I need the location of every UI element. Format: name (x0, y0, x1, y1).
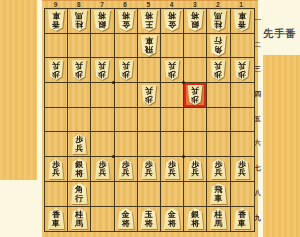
piece-sente-N[interactable]: 桂馬 (209, 208, 227, 229)
square-7-1[interactable]: 銀将 (91, 9, 114, 34)
piece-face: 歩兵 (118, 159, 134, 179)
square-6-9[interactable]: 金将 (115, 207, 138, 232)
square-3-2[interactable] (184, 34, 207, 59)
square-9-4[interactable] (45, 83, 68, 108)
piece-sente-P[interactable]: 歩兵 (234, 159, 250, 179)
piece-sente-P[interactable]: 歩兵 (141, 159, 157, 179)
file-label: 1 (230, 1, 253, 8)
square-1-7[interactable]: 歩兵 (231, 157, 254, 182)
piece-gote-R[interactable]: 飛車 (140, 35, 158, 56)
square-2-6[interactable] (207, 132, 230, 157)
square-2-1[interactable]: 桂馬 (207, 9, 230, 34)
piece-sente-J[interactable]: 玉将 (140, 208, 158, 229)
square-2-7[interactable]: 歩兵 (207, 157, 230, 182)
file-label: 2 (206, 1, 229, 8)
piece-face: 桂馬 (70, 10, 88, 31)
square-7-6[interactable] (91, 132, 114, 157)
rank-label: 三 (254, 57, 261, 82)
piece-face: 金将 (117, 10, 135, 31)
square-7-5[interactable] (91, 108, 114, 133)
piece-face: 歩兵 (187, 159, 203, 179)
piece-gote-P[interactable]: 歩兵 (164, 60, 180, 80)
piece-face: 歩兵 (187, 85, 203, 105)
square-4-2[interactable] (161, 34, 184, 59)
piece-face: 金将 (163, 208, 181, 229)
piece-face: 銀将 (186, 208, 204, 229)
star-point (182, 81, 185, 84)
square-9-2[interactable] (45, 34, 68, 59)
sente-komadai[interactable] (263, 55, 300, 237)
square-7-2[interactable] (91, 34, 114, 59)
square-2-3[interactable]: 歩兵 (207, 58, 230, 83)
square-5-5[interactable] (138, 108, 161, 133)
piece-face: 銀将 (93, 10, 111, 31)
square-4-4[interactable] (161, 83, 184, 108)
square-7-8[interactable] (91, 182, 114, 207)
piece-sente-L[interactable]: 香車 (47, 208, 65, 229)
piece-sente-P[interactable]: 歩兵 (187, 159, 203, 179)
rank-label: 七 (254, 156, 261, 181)
piece-gote-G[interactable]: 金将 (117, 10, 135, 31)
piece-face: 桂馬 (70, 208, 88, 229)
piece-face: 香車 (233, 10, 251, 31)
square-7-4[interactable] (91, 83, 114, 108)
file-labels: 987654321 (44, 1, 253, 8)
square-6-8[interactable] (115, 182, 138, 207)
square-6-6[interactable] (115, 132, 138, 157)
piece-sente-P[interactable]: 歩兵 (94, 159, 110, 179)
square-8-4[interactable] (68, 83, 91, 108)
piece-sente-P[interactable]: 歩兵 (118, 159, 134, 179)
piece-face: 桂馬 (209, 208, 227, 229)
square-6-4[interactable] (115, 83, 138, 108)
piece-gote-S[interactable]: 銀将 (93, 10, 111, 31)
piece-sente-S[interactable]: 銀将 (70, 158, 88, 179)
square-3-6[interactable] (184, 132, 207, 157)
piece-face: 飛車 (140, 35, 158, 56)
square-5-6[interactable] (138, 132, 161, 157)
square-8-7[interactable]: 銀将 (68, 157, 91, 182)
piece-gote-B[interactable]: 角行 (209, 35, 227, 56)
square-1-3[interactable]: 歩兵 (231, 58, 254, 83)
piece-face: 角行 (209, 35, 227, 56)
piece-sente-G[interactable]: 金将 (163, 208, 181, 229)
square-3-3[interactable] (184, 58, 207, 83)
piece-face: 銀将 (70, 158, 88, 179)
piece-sente-S[interactable]: 銀将 (186, 208, 204, 229)
square-5-3[interactable] (138, 58, 161, 83)
piece-face: 香車 (47, 10, 65, 31)
square-5-7[interactable]: 歩兵 (138, 157, 161, 182)
file-label: 3 (183, 1, 206, 8)
square-5-9[interactable]: 玉将 (138, 207, 161, 232)
shogi-board: 987654321 一二三四五六七八九 香車桂馬銀将金将王将金将銀将桂馬香車飛車… (42, 0, 258, 237)
file-label: 8 (67, 1, 90, 8)
square-8-9[interactable]: 桂馬 (68, 207, 91, 232)
piece-face: 角行 (70, 183, 88, 204)
square-2-8[interactable]: 飛車 (207, 182, 230, 207)
square-1-2[interactable] (231, 34, 254, 59)
star-point (112, 155, 115, 158)
piece-face: 歩兵 (71, 134, 87, 154)
file-label: 5 (137, 1, 160, 8)
square-2-9[interactable]: 桂馬 (207, 207, 230, 232)
square-9-8[interactable] (45, 182, 68, 207)
square-4-1[interactable]: 金将 (161, 9, 184, 34)
rank-labels: 一二三四五六七八九 (254, 8, 261, 231)
square-8-2[interactable] (68, 34, 91, 59)
square-8-6[interactable]: 歩兵 (68, 132, 91, 157)
piece-face: 歩兵 (71, 60, 87, 80)
square-9-5[interactable] (45, 108, 68, 133)
square-2-2[interactable]: 角行 (207, 34, 230, 59)
square-9-7[interactable]: 歩兵 (45, 157, 68, 182)
square-6-1[interactable]: 金将 (115, 9, 138, 34)
square-8-8[interactable]: 角行 (68, 182, 91, 207)
square-5-2[interactable]: 飛車 (138, 34, 161, 59)
piece-gote-P[interactable]: 歩兵 (141, 85, 157, 105)
square-5-1[interactable]: 王将 (138, 9, 161, 34)
rank-label: 五 (254, 107, 261, 132)
piece-face: 歩兵 (94, 60, 110, 80)
square-8-5[interactable] (68, 108, 91, 133)
piece-face: 王将 (140, 10, 158, 31)
square-9-1[interactable]: 香車 (45, 9, 68, 34)
piece-gote-P[interactable]: 歩兵 (118, 60, 134, 80)
piece-gote-P[interactable]: 歩兵 (94, 60, 110, 80)
piece-gote-K[interactable]: 王将 (140, 10, 158, 31)
file-label: 7 (90, 1, 113, 8)
piece-face: 歩兵 (210, 159, 226, 179)
piece-face: 香車 (233, 208, 251, 229)
square-1-5[interactable] (231, 108, 254, 133)
piece-gote-N[interactable]: 桂馬 (70, 10, 88, 31)
piece-face: 桂馬 (209, 10, 227, 31)
piece-sente-P[interactable]: 歩兵 (210, 159, 226, 179)
piece-gote-P[interactable]: 歩兵 (187, 85, 203, 105)
square-4-3[interactable]: 歩兵 (161, 58, 184, 83)
piece-gote-P[interactable]: 歩兵 (71, 60, 87, 80)
square-8-3[interactable]: 歩兵 (68, 58, 91, 83)
square-2-5[interactable] (207, 108, 230, 133)
shogi-app: 987654321 一二三四五六七八九 香車桂馬銀将金将王将金将銀将桂馬香車飛車… (0, 0, 300, 237)
square-6-3[interactable]: 歩兵 (115, 58, 138, 83)
turn-indicator: 先手番 (263, 27, 300, 41)
square-6-7[interactable]: 歩兵 (115, 157, 138, 182)
piece-face: 歩兵 (164, 159, 180, 179)
square-9-9[interactable]: 香車 (45, 207, 68, 232)
square-6-5[interactable] (115, 108, 138, 133)
star-point (112, 81, 115, 84)
square-3-5[interactable] (184, 108, 207, 133)
piece-face: 歩兵 (141, 85, 157, 105)
piece-face: 歩兵 (118, 60, 134, 80)
square-7-9[interactable] (91, 207, 114, 232)
piece-face: 歩兵 (48, 60, 64, 80)
piece-sente-P[interactable]: 歩兵 (71, 134, 87, 154)
square-3-1[interactable]: 銀将 (184, 9, 207, 34)
square-5-4[interactable]: 歩兵 (138, 83, 161, 108)
rank-label: 二 (254, 33, 261, 58)
square-3-4[interactable]: 歩兵 (184, 83, 207, 108)
square-3-8[interactable] (184, 182, 207, 207)
piece-sente-B[interactable]: 角行 (70, 183, 88, 204)
file-label: 4 (160, 1, 183, 8)
piece-face: 歩兵 (94, 159, 110, 179)
square-7-3[interactable]: 歩兵 (91, 58, 114, 83)
piece-sente-L[interactable]: 香車 (233, 208, 251, 229)
rank-label: 八 (254, 181, 261, 206)
piece-face: 歩兵 (141, 159, 157, 179)
square-9-3[interactable]: 歩兵 (45, 58, 68, 83)
piece-face: 歩兵 (164, 60, 180, 80)
square-1-1[interactable]: 香車 (231, 9, 254, 34)
square-6-2[interactable] (115, 34, 138, 59)
piece-sente-P[interactable]: 歩兵 (48, 159, 64, 179)
piece-gote-P[interactable]: 歩兵 (210, 60, 226, 80)
board-grid: 香車桂馬銀将金将王将金将銀将桂馬香車飛車角行歩兵歩兵歩兵歩兵歩兵歩兵歩兵歩兵歩兵… (44, 8, 255, 232)
square-8-1[interactable]: 桂馬 (68, 9, 91, 34)
square-5-8[interactable] (138, 182, 161, 207)
piece-gote-L[interactable]: 香車 (233, 10, 251, 31)
file-label: 6 (114, 1, 137, 8)
square-7-7[interactable]: 歩兵 (91, 157, 114, 182)
square-4-9[interactable]: 金将 (161, 207, 184, 232)
square-9-6[interactable] (45, 132, 68, 157)
piece-face: 金将 (117, 208, 135, 229)
square-3-9[interactable]: 銀将 (184, 207, 207, 232)
square-1-6[interactable] (231, 132, 254, 157)
rank-label: 四 (254, 82, 261, 107)
square-2-4[interactable] (207, 83, 230, 108)
rank-label: 九 (254, 206, 261, 231)
square-1-8[interactable] (231, 182, 254, 207)
piece-face: 歩兵 (48, 159, 64, 179)
file-label: 9 (44, 1, 67, 8)
piece-gote-N[interactable]: 桂馬 (209, 10, 227, 31)
rank-label: 一 (254, 8, 261, 33)
square-1-9[interactable]: 香車 (231, 207, 254, 232)
square-4-5[interactable] (161, 108, 184, 133)
square-1-4[interactable] (231, 83, 254, 108)
piece-sente-P[interactable]: 歩兵 (164, 159, 180, 179)
piece-gote-G[interactable]: 金将 (163, 10, 181, 31)
square-4-8[interactable] (161, 182, 184, 207)
gote-komadai[interactable] (0, 0, 37, 180)
piece-face: 飛車 (209, 183, 227, 204)
piece-face: 玉将 (140, 208, 158, 229)
piece-face: 金将 (163, 10, 181, 31)
piece-gote-S[interactable]: 銀将 (186, 10, 204, 31)
piece-sente-N[interactable]: 桂馬 (70, 208, 88, 229)
piece-gote-L[interactable]: 香車 (47, 10, 65, 31)
piece-gote-P[interactable]: 歩兵 (234, 60, 250, 80)
piece-face: 香車 (47, 208, 65, 229)
piece-face: 歩兵 (210, 60, 226, 80)
square-4-7[interactable]: 歩兵 (161, 157, 184, 182)
piece-face: 歩兵 (234, 60, 250, 80)
rank-label: 六 (254, 131, 261, 156)
piece-face: 歩兵 (234, 159, 250, 179)
square-4-6[interactable] (161, 132, 184, 157)
star-point (182, 155, 185, 158)
piece-face: 銀将 (186, 10, 204, 31)
piece-gote-P[interactable]: 歩兵 (48, 60, 64, 80)
piece-sente-G[interactable]: 金将 (117, 208, 135, 229)
piece-sente-R[interactable]: 飛車 (209, 183, 227, 204)
square-3-7[interactable]: 歩兵 (184, 157, 207, 182)
